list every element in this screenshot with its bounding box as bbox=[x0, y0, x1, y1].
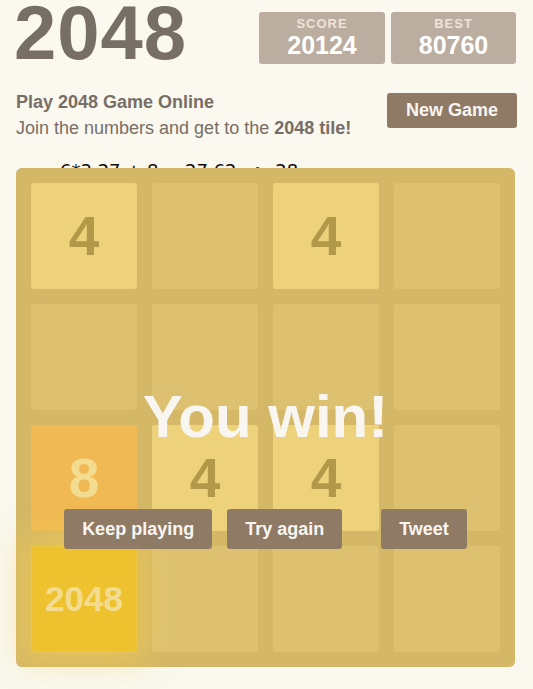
board: 448442048 You win! Keep playing Try agai… bbox=[16, 168, 515, 667]
win-overlay: You win! Keep playing Try again Tweet bbox=[16, 168, 515, 667]
tagline-goal: 2048 tile! bbox=[274, 118, 351, 138]
best-label: BEST bbox=[434, 17, 473, 31]
tagline-text: Join the numbers and get to the bbox=[16, 118, 274, 138]
app-window: 2048 SCORE 20124 BEST 80760 Play 2048 Ga… bbox=[0, 0, 533, 689]
win-message: You win! bbox=[16, 387, 515, 447]
tweet-button[interactable]: Tweet bbox=[381, 509, 467, 549]
new-game-button[interactable]: New Game bbox=[387, 93, 517, 128]
best-box: BEST 80760 bbox=[391, 12, 516, 64]
tagline: Join the numbers and get to the 2048 til… bbox=[16, 118, 351, 139]
game-title: 2048 bbox=[14, 0, 187, 75]
try-again-button[interactable]: Try again bbox=[227, 509, 342, 549]
score-label: SCORE bbox=[296, 17, 347, 31]
keep-playing-button[interactable]: Keep playing bbox=[64, 509, 212, 549]
page-heading: Play 2048 Game Online bbox=[16, 92, 214, 113]
best-value: 80760 bbox=[419, 31, 489, 59]
annotation-line: 6*3.27 + 8 = 27.62 -> 28 20124-28 bbox=[0, 139, 533, 163]
score-value: 20124 bbox=[287, 31, 357, 59]
overlay-buttons: Keep playing Try again Tweet bbox=[16, 509, 515, 549]
score-box: SCORE 20124 bbox=[259, 12, 385, 64]
